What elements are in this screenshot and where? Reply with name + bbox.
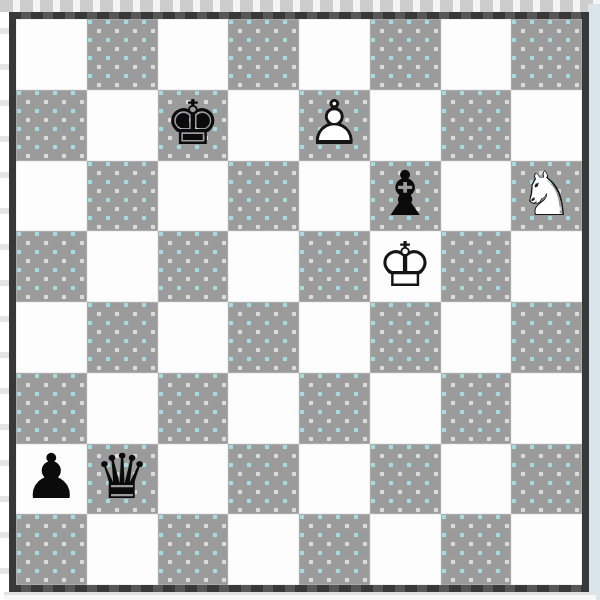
square-g8[interactable] [441,19,512,90]
square-b2[interactable]: ♛ [87,444,158,515]
right-margin-strip [588,4,600,600]
square-a8[interactable] [16,19,87,90]
square-g2[interactable] [441,444,512,515]
square-b3[interactable] [87,373,158,444]
square-a1[interactable] [16,514,87,585]
square-f4[interactable] [370,302,441,373]
white-king-piece[interactable]: ♚♔ [370,231,441,302]
king-icon: ♚ [165,92,221,154]
square-c4[interactable] [158,302,229,373]
top-edge-texture [0,0,600,12]
square-d8[interactable] [228,19,299,90]
square-b5[interactable] [87,231,158,302]
square-f5[interactable]: ♚♔ [370,231,441,302]
square-b6[interactable] [87,161,158,232]
square-e8[interactable] [299,19,370,90]
square-e2[interactable] [299,444,370,515]
square-b8[interactable] [87,19,158,90]
square-c5[interactable] [158,231,229,302]
square-f7[interactable] [370,90,441,161]
board-drop-shadow [4,592,596,600]
square-c2[interactable] [158,444,229,515]
square-f2[interactable] [370,444,441,515]
black-bishop-piece[interactable]: ♝ [370,161,441,232]
square-c3[interactable] [158,373,229,444]
square-e1[interactable] [299,514,370,585]
square-h6[interactable]: ♞♘ [511,161,582,232]
square-c7[interactable]: ♚ [158,90,229,161]
square-h4[interactable] [511,302,582,373]
square-a2[interactable]: ♟ [16,444,87,515]
square-b1[interactable] [87,514,158,585]
square-a4[interactable] [16,302,87,373]
square-g4[interactable] [441,302,512,373]
chess-board: ♚♟♙♝♞♘♚♔♟♛ [16,19,582,585]
square-g3[interactable] [441,373,512,444]
square-c6[interactable] [158,161,229,232]
pawn-icon: ♟ [24,445,80,507]
white-pawn-piece[interactable]: ♟♙ [299,90,370,161]
square-h1[interactable] [511,514,582,585]
square-h2[interactable] [511,444,582,515]
square-f3[interactable] [370,373,441,444]
square-g6[interactable] [441,161,512,232]
square-d7[interactable] [228,90,299,161]
square-f8[interactable] [370,19,441,90]
square-g5[interactable] [441,231,512,302]
black-queen-piece[interactable]: ♛ [87,444,158,515]
square-g1[interactable] [441,514,512,585]
bishop-icon: ♝ [377,162,433,224]
left-edge-texture [0,12,9,592]
chess-diagram-stage: ♚♟♙♝♞♘♚♔♟♛ [0,0,600,600]
black-pawn-piece[interactable]: ♟ [16,444,87,515]
pawn-icon: ♙ [307,92,363,154]
square-d5[interactable] [228,231,299,302]
square-c1[interactable] [158,514,229,585]
square-d4[interactable] [228,302,299,373]
square-d1[interactable] [228,514,299,585]
square-f6[interactable]: ♝ [370,161,441,232]
square-e4[interactable] [299,302,370,373]
square-h5[interactable] [511,231,582,302]
square-a3[interactable] [16,373,87,444]
square-e5[interactable] [299,231,370,302]
square-d3[interactable] [228,373,299,444]
square-d6[interactable] [228,161,299,232]
square-e7[interactable]: ♟♙ [299,90,370,161]
square-b4[interactable] [87,302,158,373]
square-e6[interactable] [299,161,370,232]
square-a7[interactable] [16,90,87,161]
square-h8[interactable] [511,19,582,90]
black-king-piece[interactable]: ♚ [158,90,229,161]
square-d2[interactable] [228,444,299,515]
square-h3[interactable] [511,373,582,444]
square-a6[interactable] [16,161,87,232]
square-h7[interactable] [511,90,582,161]
white-knight-piece[interactable]: ♞♘ [511,161,582,232]
square-b7[interactable] [87,90,158,161]
knight-icon: ♘ [519,162,575,224]
king-icon: ♔ [377,233,433,295]
board-frame: ♚♟♙♝♞♘♚♔♟♛ [9,12,589,592]
square-e3[interactable] [299,373,370,444]
square-c8[interactable] [158,19,229,90]
square-a5[interactable] [16,231,87,302]
square-f1[interactable] [370,514,441,585]
queen-icon: ♛ [94,445,150,507]
square-g7[interactable] [441,90,512,161]
